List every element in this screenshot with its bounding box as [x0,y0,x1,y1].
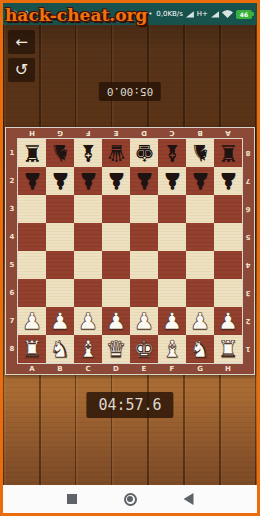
white-pawn[interactable]: ♟ [134,307,155,335]
white-pawn[interactable]: ♟ [22,307,43,335]
rank-label-left: 5 [6,251,18,279]
board-square[interactable]: ♟ [102,307,130,335]
board-square[interactable] [74,195,102,223]
board-square[interactable]: ♟ [130,167,158,195]
rank-label-left: 7 [6,307,18,335]
rank-label-right: 8 [242,139,254,167]
file-label-top: C [158,128,186,139]
file-label-bottom: E [130,363,158,374]
app-window: 23:40 ••• 0,0KB/s H+ 46 hack-cheat.org ←… [0,0,260,516]
file-label-top: A [214,128,242,139]
white-knight[interactable]: ♞ [50,335,71,363]
board-square[interactable]: ♞ [46,335,74,363]
board-square[interactable] [18,195,46,223]
rank-label-left: 8 [6,335,18,363]
black-pawn[interactable]: ♟ [190,167,211,195]
network-type: H+ [197,10,208,18]
network-speed: 0,0KB/s [156,10,183,18]
board-square[interactable] [74,279,102,307]
board-square[interactable]: ♜ [18,139,46,167]
board-square[interactable] [186,251,214,279]
file-label-top: G [46,128,74,139]
board-square[interactable] [102,279,130,307]
board-square[interactable]: ♛ [102,335,130,363]
board-square[interactable] [102,251,130,279]
chess-board[interactable]: HGFEDCBA1♜♞♝♛♚♝♞♜82♟♟♟♟♟♟♟♟7364554637♟♟♟… [5,127,255,375]
board-square[interactable]: ♟ [46,307,74,335]
white-rook[interactable]: ♜ [218,335,239,363]
rank-label-left: 4 [6,223,18,251]
board-square[interactable] [130,195,158,223]
board-square[interactable] [18,223,46,251]
board-square[interactable] [130,251,158,279]
board-square[interactable]: ♜ [214,139,242,167]
black-pawn[interactable]: ♟ [106,167,127,195]
rank-label-left: 6 [6,279,18,307]
board-square[interactable] [46,251,74,279]
board-corner [6,363,18,374]
black-pawn[interactable]: ♟ [78,167,99,195]
back-nav-icon[interactable] [184,493,194,505]
rank-label-right: 2 [242,307,254,335]
black-pawn[interactable]: ♟ [22,167,43,195]
board-square[interactable]: ♟ [102,167,130,195]
white-queen[interactable]: ♛ [106,335,127,363]
board-square[interactable]: ♟ [158,307,186,335]
file-label-top: D [130,128,158,139]
rank-label-right: 3 [242,279,254,307]
black-pawn[interactable]: ♟ [218,167,239,195]
board-square[interactable]: ♟ [18,167,46,195]
back-arrow-icon: ← [15,35,28,50]
black-pawn[interactable]: ♟ [50,167,71,195]
board-square[interactable]: ♝ [158,335,186,363]
white-pawn[interactable]: ♟ [218,307,239,335]
board-square[interactable] [158,279,186,307]
rank-label-right: 6 [242,195,254,223]
board-square[interactable]: ♟ [214,167,242,195]
rank-label-left: 1 [6,139,18,167]
board-corner [242,363,254,374]
rank-label-right: 7 [242,167,254,195]
black-pawn[interactable]: ♟ [134,167,155,195]
white-pawn[interactable]: ♟ [78,307,99,335]
black-knight[interactable]: ♞ [50,139,71,167]
white-pawn[interactable]: ♟ [50,307,71,335]
file-label-bottom: G [186,363,214,374]
white-pawn[interactable]: ♟ [190,307,211,335]
back-button[interactable]: ← [8,30,35,54]
file-label-bottom: F [158,363,186,374]
black-bishop[interactable]: ♝ [78,139,99,167]
board-square[interactable]: ♟ [74,167,102,195]
black-queen[interactable]: ♛ [106,139,127,167]
file-label-bottom: B [46,363,74,374]
white-rook[interactable]: ♜ [22,335,43,363]
opponent-timer: 05:00.0 [99,82,161,101]
board-square[interactable] [18,251,46,279]
rank-label-right: 1 [242,335,254,363]
board-square[interactable]: ♝ [74,139,102,167]
board-corner [242,128,254,139]
board-grid: HGFEDCBA1♜♞♝♛♚♝♞♜82♟♟♟♟♟♟♟♟7364554637♟♟♟… [6,128,254,374]
board-square[interactable]: ♞ [46,139,74,167]
board-square[interactable] [214,279,242,307]
board-square[interactable] [158,195,186,223]
watermark: hack-cheat.org [5,5,147,25]
board-square[interactable] [186,279,214,307]
white-knight[interactable]: ♞ [190,335,211,363]
player-timer: 04:57.6 [86,392,173,418]
board-square[interactable]: ♟ [18,307,46,335]
board-square[interactable] [74,223,102,251]
home-icon[interactable] [124,493,137,506]
black-king[interactable]: ♚ [134,139,155,167]
black-knight[interactable]: ♞ [190,139,211,167]
white-king[interactable]: ♚ [134,335,155,363]
board-square[interactable]: ♚ [130,335,158,363]
rank-label-left: 3 [6,195,18,223]
undo-button[interactable]: ↺ [8,58,35,82]
android-nav-bar [3,485,257,513]
board-square[interactable] [18,279,46,307]
signal-bars-icon [211,11,219,18]
board-square[interactable]: ♚ [130,139,158,167]
board-square[interactable] [130,223,158,251]
rank-label-left: 2 [6,167,18,195]
undo-icon: ↺ [15,62,28,78]
file-label-top: H [18,128,46,139]
board-square[interactable] [214,223,242,251]
board-square[interactable]: ♞ [186,139,214,167]
rank-label-right: 4 [242,251,254,279]
black-bishop[interactable]: ♝ [162,139,183,167]
file-label-bottom: D [102,363,130,374]
board-square[interactable]: ♟ [46,167,74,195]
white-bishop[interactable]: ♝ [78,335,99,363]
file-label-top: E [102,128,130,139]
battery-icon: 46 [236,10,252,19]
black-rook[interactable]: ♜ [22,139,43,167]
board-square[interactable] [46,223,74,251]
signal-bars-icon [186,11,194,18]
file-label-bottom: H [214,363,242,374]
board-square[interactable]: ♟ [130,307,158,335]
board-square[interactable] [102,223,130,251]
board-square[interactable] [46,195,74,223]
board-square[interactable]: ♟ [186,167,214,195]
board-square[interactable]: ♟ [158,167,186,195]
opponent-timer-text: 05:00.0 [107,85,153,98]
board-square[interactable]: ♜ [18,335,46,363]
white-pawn[interactable]: ♟ [106,307,127,335]
board-square[interactable] [102,195,130,223]
player-timer-text: 04:57.6 [98,396,161,414]
board-square[interactable] [46,279,74,307]
black-pawn[interactable]: ♟ [162,167,183,195]
board-square[interactable]: ♝ [74,335,102,363]
board-corner [6,128,18,139]
board-square[interactable] [186,223,214,251]
board-square[interactable] [214,195,242,223]
board-square[interactable]: ♟ [186,307,214,335]
recents-icon[interactable] [67,494,77,504]
board-square[interactable]: ♟ [74,307,102,335]
wifi-icon [222,10,233,18]
file-label-top: F [74,128,102,139]
board-square[interactable] [130,279,158,307]
rank-label-right: 5 [242,223,254,251]
black-rook[interactable]: ♜ [218,139,239,167]
file-label-bottom: C [74,363,102,374]
board-square[interactable]: ♛ [102,139,130,167]
board-square[interactable] [214,251,242,279]
file-label-top: B [186,128,214,139]
board-square[interactable] [158,251,186,279]
board-square[interactable]: ♟ [214,307,242,335]
white-pawn[interactable]: ♟ [162,307,183,335]
board-square[interactable] [158,223,186,251]
white-bishop[interactable]: ♝ [162,335,183,363]
board-square[interactable]: ♝ [158,139,186,167]
board-square[interactable] [186,195,214,223]
board-square[interactable]: ♜ [214,335,242,363]
file-label-bottom: A [18,363,46,374]
board-square[interactable]: ♞ [186,335,214,363]
board-square[interactable] [74,251,102,279]
